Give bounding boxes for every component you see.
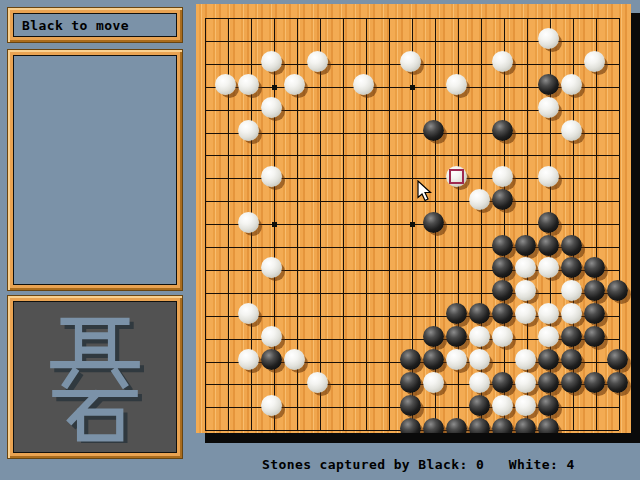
grid-line — [205, 293, 620, 294]
go-kanji-logo-icon — [43, 311, 147, 443]
black-stone — [584, 280, 605, 301]
white-stone — [261, 326, 282, 347]
white-stone — [238, 74, 259, 95]
move-status-inner: Black to move — [13, 13, 177, 37]
black-stone — [423, 212, 444, 233]
black-stone — [561, 326, 582, 347]
black-stone — [446, 303, 467, 324]
black-stone — [561, 257, 582, 278]
black-stone — [538, 372, 559, 393]
black-stone — [492, 280, 513, 301]
white-stone — [538, 326, 559, 347]
white-stone — [261, 257, 282, 278]
white-stone — [238, 303, 259, 324]
black-stone — [538, 74, 559, 95]
white-stone — [353, 74, 374, 95]
board-shadow — [205, 433, 640, 443]
star-point — [410, 85, 415, 90]
black-stone — [492, 257, 513, 278]
black-stone — [538, 349, 559, 370]
black-stone — [492, 189, 513, 210]
black-stone — [584, 303, 605, 324]
move-status-box: Black to move — [8, 8, 182, 42]
logo-panel — [8, 296, 182, 458]
black-stone — [561, 235, 582, 256]
white-stone — [284, 74, 305, 95]
white-stone — [215, 74, 236, 95]
star-point — [272, 222, 277, 227]
white-stone — [515, 257, 536, 278]
white-stone — [446, 349, 467, 370]
black-stone — [469, 395, 490, 416]
star-point — [272, 85, 277, 90]
black-stone — [561, 349, 582, 370]
white-stone — [515, 280, 536, 301]
white-stone — [492, 326, 513, 347]
black-stone — [261, 349, 282, 370]
white-stone — [238, 120, 259, 141]
star-point — [410, 222, 415, 227]
black-stone — [515, 235, 536, 256]
black-stone — [423, 349, 444, 370]
white-stone — [284, 349, 305, 370]
black-stone — [607, 280, 628, 301]
white-stone — [400, 51, 421, 72]
white-stone — [307, 51, 328, 72]
black-stone — [423, 120, 444, 141]
white-stone — [492, 166, 513, 187]
white-stone — [469, 189, 490, 210]
white-stone — [261, 166, 282, 187]
last-move-marker — [449, 169, 464, 184]
black-stone — [492, 303, 513, 324]
white-stone — [515, 303, 536, 324]
white-stone — [469, 372, 490, 393]
white-stone — [561, 303, 582, 324]
white-stone — [307, 372, 328, 393]
black-stone — [584, 257, 605, 278]
app-window: Black to move Stones captured by Black: … — [0, 0, 640, 480]
logo-panel-inner — [13, 301, 177, 453]
white-stone — [538, 97, 559, 118]
move-status-text: Black to move — [22, 18, 129, 33]
white-stone — [561, 280, 582, 301]
white-stone — [423, 372, 444, 393]
black-stone — [607, 349, 628, 370]
white-stone — [561, 120, 582, 141]
white-stone — [538, 28, 559, 49]
white-stone — [515, 395, 536, 416]
black-stone — [400, 395, 421, 416]
white-stone — [492, 51, 513, 72]
black-stone — [561, 372, 582, 393]
black-stone — [400, 349, 421, 370]
black-stone — [492, 120, 513, 141]
black-stone — [538, 395, 559, 416]
white-stone — [492, 395, 513, 416]
capture-status-text: Stones captured by Black: 0 White: 4 — [262, 457, 575, 472]
black-stone — [469, 303, 490, 324]
black-stone — [584, 372, 605, 393]
white-stone — [261, 395, 282, 416]
white-stone — [469, 349, 490, 370]
black-stone — [492, 235, 513, 256]
white-stone — [446, 74, 467, 95]
black-stone — [538, 235, 559, 256]
white-stone — [261, 97, 282, 118]
black-stone — [446, 326, 467, 347]
black-stone — [607, 372, 628, 393]
black-stone — [538, 212, 559, 233]
info-panel-inner — [13, 55, 177, 285]
info-panel — [8, 50, 182, 290]
white-stone — [515, 349, 536, 370]
white-stone — [515, 372, 536, 393]
white-stone — [238, 349, 259, 370]
white-stone — [538, 303, 559, 324]
grid-line — [596, 18, 597, 430]
black-stone — [584, 326, 605, 347]
board-shadow — [631, 13, 640, 443]
black-stone — [400, 372, 421, 393]
white-stone — [538, 166, 559, 187]
black-stone — [492, 372, 513, 393]
white-stone — [538, 257, 559, 278]
white-stone — [238, 212, 259, 233]
white-stone — [584, 51, 605, 72]
mouse-cursor-icon — [417, 180, 432, 202]
white-stone — [469, 326, 490, 347]
grid-line — [504, 18, 505, 430]
black-stone — [423, 326, 444, 347]
white-stone — [561, 74, 582, 95]
white-stone — [261, 51, 282, 72]
go-board[interactable] — [196, 4, 631, 433]
